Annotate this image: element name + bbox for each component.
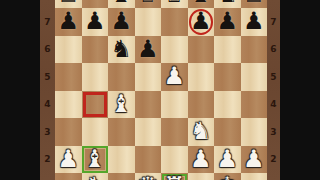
square-h3[interactable]: [241, 118, 268, 146]
square-f6[interactable]: [188, 36, 215, 64]
square-d1[interactable]: ♛: [135, 173, 162, 180]
rank-label-3: 3: [270, 127, 276, 137]
square-a6[interactable]: [55, 36, 82, 64]
rank-labels-right: 765432: [267, 8, 280, 173]
square-e6[interactable]: [161, 36, 188, 64]
black-pawn-a7[interactable]: ♟: [57, 8, 79, 36]
white-queen-d1[interactable]: ♛: [137, 173, 159, 180]
square-c4[interactable]: ♝: [108, 91, 135, 119]
rank-label-5: 5: [44, 72, 50, 82]
rank-label-6: 6: [270, 44, 276, 54]
square-b1[interactable]: ♞: [82, 173, 109, 180]
square-e7[interactable]: [161, 8, 188, 36]
square-h4[interactable]: [241, 91, 268, 119]
square-f1[interactable]: [188, 173, 215, 180]
square-h5[interactable]: [241, 63, 268, 91]
white-rook-e1[interactable]: ♜: [163, 173, 185, 180]
square-a5[interactable]: [55, 63, 82, 91]
square-b2[interactable]: ♝: [82, 146, 109, 174]
square-a1[interactable]: [55, 173, 82, 180]
black-pawn-f7[interactable]: ♟: [190, 8, 212, 36]
white-bishop-b2[interactable]: ♝: [84, 146, 106, 174]
rank-label-4: 4: [270, 99, 276, 109]
black-king-e8[interactable]: ♚: [163, 0, 185, 8]
white-pawn-a2[interactable]: ♟: [57, 146, 79, 174]
black-pawn-c7[interactable]: ♟: [110, 8, 132, 36]
white-pawn-f2[interactable]: ♟: [190, 146, 212, 174]
black-queen-d8[interactable]: ♛: [137, 0, 159, 8]
white-king-g1[interactable]: ♚: [216, 173, 238, 180]
square-h2[interactable]: ♟: [241, 146, 268, 174]
square-f3[interactable]: ♞: [188, 118, 215, 146]
letterbox-right: [280, 0, 320, 180]
square-d8[interactable]: ♛: [135, 0, 162, 8]
white-pawn-g2[interactable]: ♟: [216, 146, 238, 174]
square-b7[interactable]: ♟: [82, 8, 109, 36]
square-d5[interactable]: [135, 63, 162, 91]
square-e5[interactable]: ♟: [161, 63, 188, 91]
black-pawn-h7[interactable]: ♟: [243, 8, 265, 36]
white-bishop-c4[interactable]: ♝: [110, 91, 132, 119]
square-c1[interactable]: [108, 173, 135, 180]
white-pawn-h2[interactable]: ♟: [243, 146, 265, 174]
chess-board-scene: ♜♝♛♚♝♞♜♟♟♟♟♟♟♞♟♟♝♞♟♝♟♟♟♞♛♜♚ 765432 76543…: [0, 0, 320, 180]
red-square-annotation-b4: [83, 92, 108, 118]
square-c2[interactable]: [108, 146, 135, 174]
square-b3[interactable]: [82, 118, 109, 146]
square-g7[interactable]: ♟: [214, 8, 241, 36]
rank-label-6: 6: [44, 44, 50, 54]
square-d7[interactable]: [135, 8, 162, 36]
rank-label-5: 5: [270, 72, 276, 82]
black-pawn-b7[interactable]: ♟: [84, 8, 106, 36]
white-knight-b1[interactable]: ♞: [84, 173, 106, 180]
square-h7[interactable]: ♟: [241, 8, 268, 36]
square-g1[interactable]: ♚: [214, 173, 241, 180]
square-d4[interactable]: [135, 91, 162, 119]
square-g6[interactable]: [214, 36, 241, 64]
letterbox-left: [0, 0, 40, 180]
rank-label-2: 2: [44, 154, 50, 164]
black-knight-c6[interactable]: ♞: [110, 36, 132, 64]
square-e4[interactable]: [161, 91, 188, 119]
square-g3[interactable]: [214, 118, 241, 146]
square-g2[interactable]: ♟: [214, 146, 241, 174]
square-c3[interactable]: [108, 118, 135, 146]
square-a4[interactable]: [55, 91, 82, 119]
white-pawn-e5[interactable]: ♟: [163, 63, 185, 91]
black-pawn-d6[interactable]: ♟: [137, 36, 159, 64]
square-f2[interactable]: ♟: [188, 146, 215, 174]
square-b5[interactable]: [82, 63, 109, 91]
rank-label-7: 7: [44, 17, 50, 27]
square-e2[interactable]: [161, 146, 188, 174]
square-f4[interactable]: [188, 91, 215, 119]
square-f7[interactable]: ♟: [188, 8, 215, 36]
square-d6[interactable]: ♟: [135, 36, 162, 64]
rank-label-3: 3: [44, 127, 50, 137]
black-pawn-g7[interactable]: ♟: [216, 8, 238, 36]
square-a3[interactable]: [55, 118, 82, 146]
white-knight-f3[interactable]: ♞: [190, 118, 212, 146]
square-h6[interactable]: [241, 36, 268, 64]
square-a2[interactable]: ♟: [55, 146, 82, 174]
square-a7[interactable]: ♟: [55, 8, 82, 36]
square-c5[interactable]: [108, 63, 135, 91]
rank-label-2: 2: [270, 154, 276, 164]
square-c7[interactable]: ♟: [108, 8, 135, 36]
board-frame: ♜♝♛♚♝♞♜♟♟♟♟♟♟♞♟♟♝♞♟♝♟♟♟♞♛♜♚ 765432 76543…: [40, 0, 280, 180]
board-grid: ♜♝♛♚♝♞♜♟♟♟♟♟♟♞♟♟♝♞♟♝♟♟♟♞♛♜♚: [55, 0, 267, 180]
square-g4[interactable]: [214, 91, 241, 119]
square-e8[interactable]: ♚: [161, 0, 188, 8]
rank-labels-left: 765432: [40, 8, 55, 173]
square-h1[interactable]: [241, 173, 268, 180]
square-f5[interactable]: [188, 63, 215, 91]
square-e1[interactable]: ♜: [161, 173, 188, 180]
square-e3[interactable]: [161, 118, 188, 146]
square-c6[interactable]: ♞: [108, 36, 135, 64]
rank-label-4: 4: [44, 99, 50, 109]
square-b4[interactable]: [82, 91, 109, 119]
square-d2[interactable]: [135, 146, 162, 174]
rank-label-7: 7: [270, 17, 276, 27]
square-d3[interactable]: [135, 118, 162, 146]
square-g5[interactable]: [214, 63, 241, 91]
square-b6[interactable]: [82, 36, 109, 64]
